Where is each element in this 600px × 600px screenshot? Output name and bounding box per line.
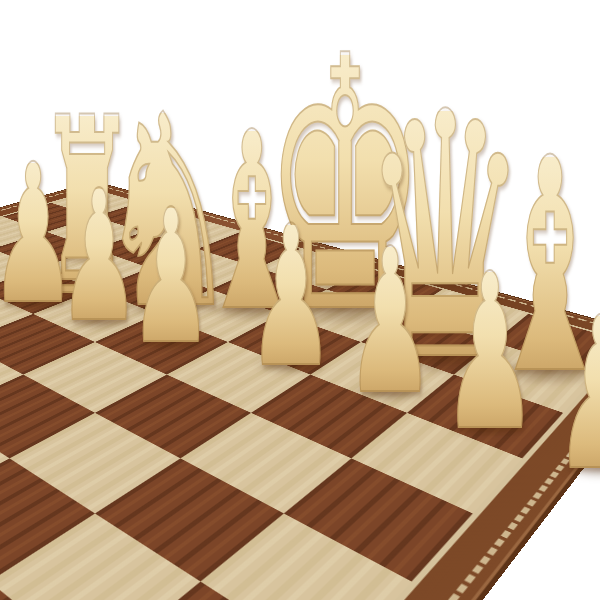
product-photo-chess-set: ♜♟♞♝♚♟♟♛♟♝♟♟♟ <box>0 0 600 600</box>
board-scene <box>0 0 600 600</box>
chessboard-3d <box>0 181 600 600</box>
